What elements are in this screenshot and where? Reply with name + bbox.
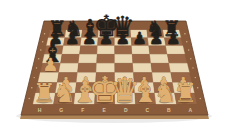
square-f5 — [79, 54, 98, 63]
square-e5 — [97, 54, 115, 63]
square-b5 — [150, 54, 169, 63]
piece-white-rook-a1: ♜ — [174, 78, 197, 108]
board-photo: HGFEDCBA♜♞♝♚♛♞♜♟♟♟♟♟♟♟♟♝♟♟♟♟♟♟♟♟♜♞♝♚♛♝♞♜ — [0, 0, 228, 128]
piece-black-pawn-b7: ♟ — [149, 28, 164, 48]
square-a5 — [167, 54, 187, 63]
rank-dot-left — [29, 98, 30, 99]
rank-dot-left — [38, 58, 39, 59]
rank-dot-right — [200, 98, 201, 99]
rank-dot-right — [192, 67, 193, 68]
rank-dot-left — [36, 67, 37, 68]
piece-black-pawn-e7: ♟ — [99, 28, 114, 48]
piece-black-pawn-d7: ♟ — [116, 28, 131, 48]
piece-black-pawn-c7: ♟ — [132, 28, 147, 48]
rank-dot-right — [184, 33, 185, 34]
chessboard: HGFEDCBA♜♞♝♚♛♞♜♟♟♟♟♟♟♟♟♝♟♟♟♟♟♟♟♟♜♞♝♚♛♝♞♜ — [0, 0, 228, 128]
rank-dot-left — [44, 33, 45, 34]
rank-dot-right — [190, 58, 191, 59]
piece-black-pawn-g7: ♟ — [65, 28, 80, 48]
square-b4 — [151, 63, 171, 72]
rank-dot-right — [186, 41, 187, 42]
square-d5 — [115, 54, 133, 63]
piece-white-pawn-h4: ♟ — [42, 54, 58, 75]
rank-dot-right — [188, 49, 189, 50]
piece-black-pawn-f7: ♟ — [82, 28, 97, 48]
square-c5 — [132, 54, 151, 63]
square-a4 — [169, 63, 189, 72]
piece-black-pawn-a7: ♟ — [166, 28, 181, 48]
